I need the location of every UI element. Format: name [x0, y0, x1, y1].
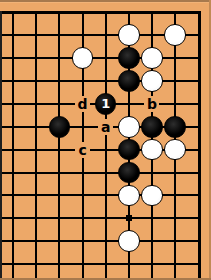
intersection-M13 [25, 138, 48, 161]
intersection-O18 [71, 24, 94, 47]
intersection-L15 [2, 92, 25, 115]
intersection-L13 [2, 138, 25, 161]
intersection-S18 [163, 24, 186, 47]
intersection-L8 [2, 253, 25, 280]
intersection-M18 [25, 24, 48, 47]
intersection-N19 [48, 1, 71, 24]
intersection-N10 [48, 207, 71, 230]
intersection-O15: d [71, 92, 94, 115]
move-number: 1 [101, 97, 110, 110]
intersection-Q16 [117, 70, 140, 93]
intersection-T14 [187, 115, 210, 138]
intersection-P10 [94, 207, 117, 230]
intersection-R12 [140, 161, 163, 184]
intersection-L17 [2, 47, 25, 70]
intersection-O12 [71, 161, 94, 184]
intersection-T19 [187, 1, 210, 24]
intersection-R18 [140, 24, 163, 47]
intersection-Q9 [117, 230, 140, 253]
intersection-N9 [48, 230, 71, 253]
white-stone [118, 185, 140, 207]
intersection-R14 [140, 115, 163, 138]
intersection-N18 [48, 24, 71, 47]
black-stone [141, 116, 163, 138]
intersection-S13 [163, 138, 186, 161]
intersection-S17 [163, 47, 186, 70]
intersection-T16 [187, 70, 210, 93]
intersection-Q11 [117, 184, 140, 207]
intersection-P14: a [94, 115, 117, 138]
white-stone [118, 24, 140, 46]
intersection-N15 [48, 92, 71, 115]
intersection-O19 [71, 1, 94, 24]
intersection-M11 [25, 184, 48, 207]
white-stone [72, 47, 94, 69]
go-diagram: d1bac [0, 0, 211, 280]
image-border-top-highlight [0, 2, 211, 3]
intersection-N8 [48, 253, 71, 280]
intersection-O14 [71, 115, 94, 138]
intersection-T9 [187, 230, 210, 253]
intersection-Q14 [117, 115, 140, 138]
intersection-T15 [187, 92, 210, 115]
intersection-P17 [94, 47, 117, 70]
intersection-P18 [94, 24, 117, 47]
intersection-S9 [163, 230, 186, 253]
intersection-P9 [94, 230, 117, 253]
intersection-L19 [2, 1, 25, 24]
intersection-R8 [140, 253, 163, 280]
intersection-Q15 [117, 92, 140, 115]
intersection-P12 [94, 161, 117, 184]
intersection-P16 [94, 70, 117, 93]
intersection-N11 [48, 184, 71, 207]
intersection-M17 [25, 47, 48, 70]
intersection-O17 [71, 47, 94, 70]
intersection-L12 [2, 161, 25, 184]
intersection-Q13 [117, 138, 140, 161]
intersection-M10 [25, 207, 48, 230]
intersection-S14 [163, 115, 186, 138]
intersection-Q19 [117, 1, 140, 24]
intersection-O16 [71, 70, 94, 93]
intersection-N12 [48, 161, 71, 184]
label-c: c [75, 142, 90, 158]
intersection-T10 [187, 207, 210, 230]
white-stone [164, 139, 186, 161]
black-stone [118, 70, 140, 92]
intersection-M16 [25, 70, 48, 93]
intersection-P13 [94, 138, 117, 161]
label-d: d [75, 96, 90, 112]
intersection-N17 [48, 47, 71, 70]
intersection-Q18 [117, 24, 140, 47]
intersection-T13 [187, 138, 210, 161]
intersection-M8 [25, 253, 48, 280]
intersection-N14 [48, 115, 71, 138]
white-stone [118, 230, 140, 252]
intersection-S19 [163, 1, 186, 24]
intersection-O10 [71, 207, 94, 230]
intersection-R16 [140, 70, 163, 93]
intersection-M14 [25, 115, 48, 138]
intersection-M12 [25, 161, 48, 184]
intersection-P8 [94, 253, 117, 280]
intersection-M9 [25, 230, 48, 253]
white-stone [118, 116, 140, 138]
intersection-N13 [48, 138, 71, 161]
intersection-N16 [48, 70, 71, 93]
intersection-M15 [25, 92, 48, 115]
intersection-T11 [187, 184, 210, 207]
intersection-Q12 [117, 161, 140, 184]
intersection-Q17 [117, 47, 140, 70]
white-stone [141, 47, 163, 69]
intersection-O11 [71, 184, 94, 207]
black-stone [118, 162, 140, 184]
white-stone [141, 185, 163, 207]
black-stone [49, 116, 71, 138]
intersection-L10 [2, 207, 25, 230]
intersection-T18 [187, 24, 210, 47]
intersection-P11 [94, 184, 117, 207]
intersection-T8 [187, 253, 210, 280]
intersection-S8 [163, 253, 186, 280]
intersection-O9 [71, 230, 94, 253]
black-stone [118, 47, 140, 69]
label-a: a [98, 119, 113, 135]
intersection-R17 [140, 47, 163, 70]
image-border-right [209, 0, 211, 280]
black-stone [118, 139, 140, 161]
intersection-R19 [140, 1, 163, 24]
white-stone [141, 139, 163, 161]
go-board-grid: d1bac [2, 1, 210, 280]
intersection-R9 [140, 230, 163, 253]
intersection-R10 [140, 207, 163, 230]
intersection-S12 [163, 161, 186, 184]
intersection-P19 [94, 1, 117, 24]
intersection-R11 [140, 184, 163, 207]
intersection-S16 [163, 70, 186, 93]
intersection-Q8 [117, 253, 140, 280]
intersection-R13 [140, 138, 163, 161]
intersection-S15 [163, 92, 186, 115]
marked-black-stone-1: 1 [95, 93, 117, 115]
intersection-M19 [25, 1, 48, 24]
intersection-T17 [187, 47, 210, 70]
intersection-O13: c [71, 138, 94, 161]
black-stone [164, 116, 186, 138]
white-stone [141, 70, 163, 92]
label-b: b [144, 96, 159, 112]
intersection-L9 [2, 230, 25, 253]
intersection-L11 [2, 184, 25, 207]
intersection-S10 [163, 207, 186, 230]
star-point [126, 215, 132, 221]
intersection-L18 [2, 24, 25, 47]
intersection-O8 [71, 253, 94, 280]
intersection-T12 [187, 161, 210, 184]
intersection-R15: b [140, 92, 163, 115]
intersection-Q10 [117, 207, 140, 230]
white-stone [164, 24, 186, 46]
intersection-L16 [2, 70, 25, 93]
intersection-L14 [2, 115, 25, 138]
image-border-left [0, 11, 2, 280]
intersection-P15: 1 [94, 92, 117, 115]
intersection-S11 [163, 184, 186, 207]
